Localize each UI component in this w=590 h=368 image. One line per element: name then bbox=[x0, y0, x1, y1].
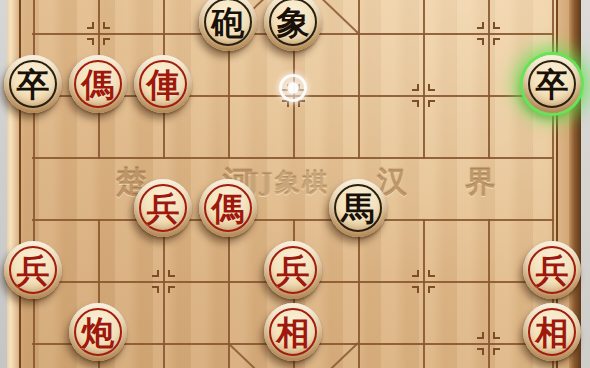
grid-line bbox=[163, 219, 165, 368]
point-marker bbox=[493, 22, 500, 29]
piece-glyph: 相 bbox=[264, 303, 322, 361]
piece-glyph: 俥 bbox=[134, 55, 192, 113]
point-marker bbox=[87, 22, 94, 29]
piece-black-pawn[interactable]: 卒 bbox=[4, 55, 62, 113]
point-marker bbox=[428, 270, 435, 277]
grid-line bbox=[488, 0, 490, 159]
piece-red-pawn[interactable]: 兵 bbox=[523, 241, 581, 299]
point-marker bbox=[412, 100, 419, 107]
piece-black-pawn[interactable]: 卒 bbox=[523, 55, 581, 113]
point-marker bbox=[477, 332, 484, 339]
xiangqi-board[interactable]: 楚 河 汉 界 JJ象棋 砲象卒傌俥卒兵傌馬兵兵兵炮相相 bbox=[0, 0, 590, 368]
piece-red-pawn[interactable]: 兵 bbox=[4, 241, 62, 299]
piece-red-horse[interactable]: 傌 bbox=[199, 179, 257, 237]
piece-red-cannon[interactable]: 炮 bbox=[69, 303, 127, 361]
grid-line bbox=[423, 219, 425, 368]
grid-line bbox=[358, 219, 360, 368]
grid-line bbox=[488, 219, 490, 368]
point-marker bbox=[493, 348, 500, 355]
piece-glyph: 兵 bbox=[264, 241, 322, 299]
cursor-reticle-dot-icon bbox=[287, 82, 299, 94]
grid-line bbox=[32, 219, 554, 221]
point-marker bbox=[87, 38, 94, 45]
grid-line bbox=[358, 0, 360, 159]
point-marker bbox=[152, 286, 159, 293]
piece-red-pawn[interactable]: 兵 bbox=[134, 179, 192, 237]
piece-glyph: 相 bbox=[523, 303, 581, 361]
app-watermark: JJ象棋 bbox=[247, 166, 329, 199]
point-marker bbox=[477, 348, 484, 355]
piece-black-cannon[interactable]: 砲 bbox=[199, 0, 257, 51]
point-marker bbox=[493, 38, 500, 45]
piece-red-pawn[interactable]: 兵 bbox=[264, 241, 322, 299]
point-marker bbox=[168, 286, 175, 293]
point-marker bbox=[493, 332, 500, 339]
piece-red-elephant[interactable]: 相 bbox=[264, 303, 322, 361]
point-marker bbox=[298, 100, 305, 107]
piece-glyph: 兵 bbox=[134, 179, 192, 237]
point-marker bbox=[428, 286, 435, 293]
point-marker bbox=[428, 100, 435, 107]
grid-line bbox=[32, 157, 554, 159]
point-marker bbox=[412, 286, 419, 293]
piece-red-horse[interactable]: 傌 bbox=[69, 55, 127, 113]
piece-glyph: 砲 bbox=[199, 0, 257, 51]
point-marker bbox=[477, 38, 484, 45]
app-background-strip-right bbox=[581, 0, 590, 368]
piece-glyph: 炮 bbox=[69, 303, 127, 361]
piece-glyph: 兵 bbox=[523, 241, 581, 299]
piece-black-elephant[interactable]: 象 bbox=[264, 0, 322, 51]
piece-red-elephant[interactable]: 相 bbox=[523, 303, 581, 361]
piece-glyph: 馬 bbox=[329, 179, 387, 237]
point-marker bbox=[477, 22, 484, 29]
point-marker bbox=[168, 270, 175, 277]
piece-glyph: 傌 bbox=[69, 55, 127, 113]
piece-glyph: 象 bbox=[264, 0, 322, 51]
piece-black-horse[interactable]: 馬 bbox=[329, 179, 387, 237]
piece-red-chariot[interactable]: 俥 bbox=[134, 55, 192, 113]
piece-glyph: 卒 bbox=[523, 55, 581, 113]
point-marker bbox=[412, 270, 419, 277]
river-label-han-jie: 汉 界 bbox=[377, 162, 519, 203]
piece-glyph: 卒 bbox=[4, 55, 62, 113]
point-marker bbox=[428, 84, 435, 91]
piece-glyph: 傌 bbox=[199, 179, 257, 237]
point-marker bbox=[152, 270, 159, 277]
grid-line bbox=[423, 0, 425, 159]
piece-glyph: 兵 bbox=[4, 241, 62, 299]
point-marker bbox=[103, 38, 110, 45]
point-marker bbox=[103, 22, 110, 29]
point-marker bbox=[412, 84, 419, 91]
